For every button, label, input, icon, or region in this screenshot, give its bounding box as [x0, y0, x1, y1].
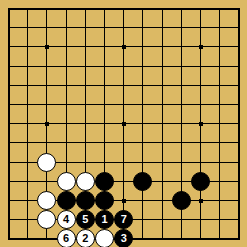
stone-white[interactable] — [37, 153, 56, 172]
star-point — [122, 45, 126, 49]
stone-black[interactable]: 1 — [95, 210, 114, 229]
star-point — [199, 199, 203, 203]
stone-white[interactable] — [57, 172, 76, 191]
grid-line-vertical — [238, 8, 240, 240]
stone-black[interactable] — [95, 172, 114, 191]
move-number-label: 1 — [101, 214, 107, 225]
stone-black[interactable] — [133, 172, 152, 191]
star-point — [199, 45, 203, 49]
grid-line-vertical — [219, 8, 220, 240]
stone-white[interactable] — [37, 191, 56, 210]
grid-line-horizontal — [8, 142, 240, 143]
stone-black[interactable] — [191, 172, 210, 191]
move-number-label: 3 — [121, 233, 127, 244]
move-number-label: 7 — [121, 214, 127, 225]
stone-black[interactable] — [95, 191, 114, 210]
move-number-label: 4 — [63, 214, 69, 225]
stone-black[interactable] — [76, 191, 95, 210]
stone-white[interactable]: 2 — [76, 229, 95, 247]
stone-black[interactable] — [57, 191, 76, 210]
stone-black[interactable]: 7 — [114, 210, 133, 229]
star-point — [45, 45, 49, 49]
move-number-label: 6 — [63, 233, 69, 244]
move-number-label: 2 — [82, 233, 88, 244]
go-board[interactable]: 4625173 — [0, 0, 247, 247]
stone-white[interactable] — [76, 172, 95, 191]
stone-white[interactable] — [95, 229, 114, 247]
star-point — [199, 122, 203, 126]
star-point — [122, 122, 126, 126]
stone-white[interactable]: 4 — [57, 210, 76, 229]
star-point — [122, 199, 126, 203]
grid-line-vertical — [162, 8, 163, 240]
star-point — [45, 122, 49, 126]
stone-black[interactable] — [172, 191, 191, 210]
stone-black[interactable]: 5 — [76, 210, 95, 229]
grid-line-vertical — [142, 8, 143, 240]
stone-black[interactable]: 3 — [114, 229, 133, 247]
move-number-label: 5 — [82, 214, 88, 225]
stone-white[interactable]: 6 — [57, 229, 76, 247]
stone-white[interactable] — [37, 210, 56, 229]
